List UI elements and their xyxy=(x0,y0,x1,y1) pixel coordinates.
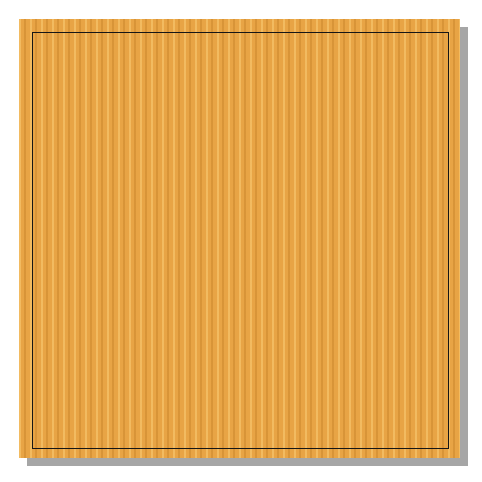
go-board-screenshot xyxy=(0,0,482,482)
go-board xyxy=(19,19,460,458)
board-grid xyxy=(22,22,459,459)
